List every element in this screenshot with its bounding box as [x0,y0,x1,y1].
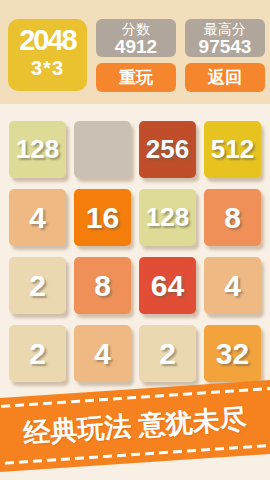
logo-title: 2048 [8,25,87,55]
tile-128: 128 [9,121,66,178]
best-score-box: 最高分 97543 [185,19,265,57]
tile-16: 16 [74,189,131,246]
tile-4: 4 [9,189,66,246]
score-box: 分数 4912 [96,19,176,57]
tile-2: 2 [9,325,66,382]
replay-button[interactable]: 重玩 [96,63,176,92]
tile-8: 8 [74,257,131,314]
tile-2: 2 [9,257,66,314]
game-board[interactable]: 12825651241612882864424232 [9,121,261,382]
tile-128: 128 [139,189,196,246]
tile-8: 8 [204,189,261,246]
score-value: 4912 [96,38,176,56]
back-button[interactable]: 返回 [185,63,265,92]
promo-banner: 经典玩法 意犹未尽 [0,379,270,473]
tile-4: 4 [204,257,261,314]
best-score-value: 97543 [185,38,265,56]
tile-2: 2 [139,325,196,382]
game-screen: 2048 3*3 分数 4912 最高分 97543 重玩 返回 1282565… [0,0,270,480]
tile-64: 64 [139,257,196,314]
board-size-label: 3*3 [8,55,87,81]
tile-empty [74,121,131,178]
logo-badge: 2048 3*3 [8,19,87,91]
tile-32: 32 [204,325,261,382]
tile-256: 256 [139,121,196,178]
banner-text: 经典玩法 意犹未尽 [22,401,247,452]
header-bar: 2048 3*3 分数 4912 最高分 97543 重玩 返回 [0,0,270,104]
tile-512: 512 [204,121,261,178]
tile-4: 4 [74,325,131,382]
